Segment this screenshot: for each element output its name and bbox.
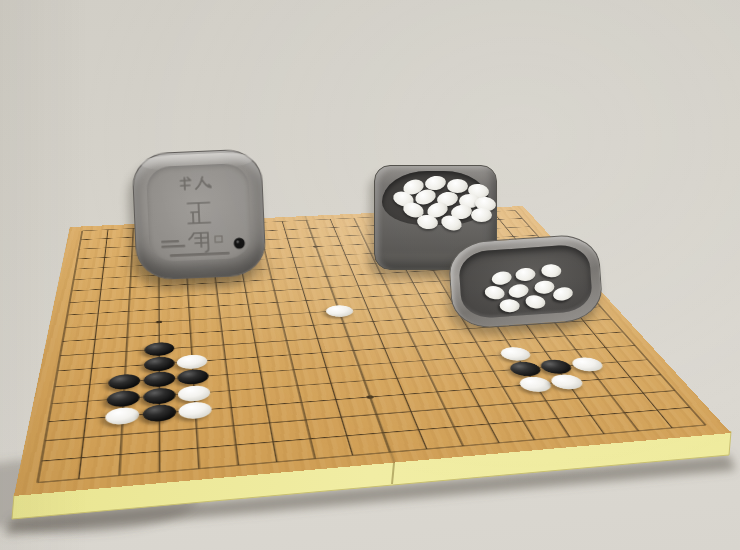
molded-mark [215,236,222,242]
white-stone-in-tray [515,267,536,281]
go-board-scene-photo [0,0,740,550]
stone-bowl-upside-down [131,148,266,281]
black-dot-sticker [234,238,245,249]
white-stone-in-tray [541,264,562,278]
white-stone-in-tray [491,270,513,287]
white-stone-in-box [471,208,492,222]
white-stone-in-tray [534,280,555,294]
white-stone-in-tray [499,299,520,313]
tray-interior [458,244,593,320]
bowl-kanji-icon [146,163,252,262]
white-stone-in-tray [524,294,546,310]
white-stone-in-tray [552,286,574,303]
stone-tray-lid [447,233,604,330]
white-stone-in-tray [484,285,506,301]
bowl-base-face [146,163,252,262]
